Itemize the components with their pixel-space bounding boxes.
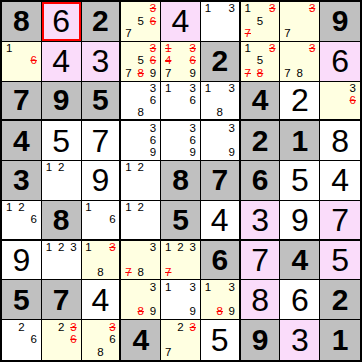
given-digit: 8 [172, 165, 189, 195]
empty-mark-slot [83, 321, 95, 334]
empty-mark-slot [187, 254, 199, 266]
pencil-marks: 138 [202, 83, 238, 119]
cell-r7c1[interactable]: 9 [2, 241, 42, 281]
empty-mark-slot [266, 28, 278, 40]
eliminated-candidate-4: 4 [162, 55, 174, 67]
candidate-7: 7 [122, 67, 134, 79]
empty-mark-slot [106, 266, 118, 278]
empty-mark-slot [122, 94, 134, 106]
cell-r9c8[interactable]: 3 [280, 320, 320, 360]
cell-r5c8[interactable]: 5 [280, 161, 320, 201]
empty-mark-slot [147, 214, 159, 226]
empty-mark-slot [202, 147, 214, 159]
cell-r4c8[interactable]: 1 [280, 121, 320, 161]
cell-r5c4[interactable]: 12 [121, 161, 161, 201]
empty-mark-slot [162, 321, 174, 334]
empty-mark-slot [321, 94, 334, 106]
cell-r7c5[interactable]: 1237 [161, 241, 201, 281]
pencil-marks: 36 [321, 83, 359, 119]
cell-r9c1[interactable]: 26 [2, 320, 42, 360]
solved-digit: 5 [291, 164, 309, 196]
solved-digit: 5 [211, 324, 229, 356]
cell-r9c5[interactable]: 237 [161, 320, 201, 360]
empty-mark-slot [214, 294, 226, 306]
empty-mark-slot [174, 254, 186, 266]
cell-r3c8[interactable]: 2 [280, 82, 320, 122]
solved-digit: 2 [291, 84, 309, 116]
empty-mark-slot [147, 106, 159, 118]
cell-r9c9[interactable]: 1 [320, 320, 360, 360]
empty-mark-slot [162, 334, 174, 347]
cell-r3c5[interactable]: 136 [161, 82, 201, 122]
empty-mark-slot [162, 122, 174, 134]
pencil-marks: 3567 [122, 3, 159, 40]
candidate-8: 8 [94, 346, 106, 359]
cell-r8c9[interactable]: 2 [320, 280, 360, 320]
given-digit: 9 [252, 325, 269, 355]
empty-mark-slot [202, 122, 214, 134]
candidate-6: 6 [147, 135, 159, 147]
empty-mark-slot [3, 67, 15, 79]
candidate-1: 1 [122, 162, 134, 174]
empty-mark-slot [174, 94, 186, 106]
empty-mark-slot [122, 174, 134, 186]
candidate-1: 1 [202, 3, 214, 15]
empty-mark-slot [266, 67, 278, 79]
given-digit: 6 [211, 245, 228, 275]
empty-mark-slot [135, 94, 147, 106]
empty-mark-slot [306, 67, 318, 79]
eliminated-candidate-3: 3 [306, 3, 318, 15]
empty-mark-slot [122, 254, 134, 266]
candidate-7: 7 [162, 346, 174, 359]
empty-mark-slot [147, 174, 159, 186]
pencil-marks: 139 [162, 281, 199, 318]
eliminated-candidate-6: 6 [187, 55, 199, 67]
pencil-marks: 1389 [202, 281, 238, 318]
empty-mark-slot [67, 266, 79, 278]
pencil-marks: 138 [83, 242, 119, 279]
eliminated-candidate-7: 7 [162, 266, 174, 278]
eliminated-candidate-3: 3 [187, 321, 199, 334]
solved-digit: 5 [52, 125, 70, 157]
empty-mark-slot [122, 214, 134, 226]
eliminated-candidate-3: 3 [266, 3, 278, 15]
cell-r6c8[interactable]: 9 [280, 201, 320, 241]
empty-mark-slot [28, 226, 40, 238]
solved-digit: 7 [331, 204, 349, 236]
empty-mark-slot [202, 106, 214, 118]
candidate-7: 7 [122, 28, 134, 40]
empty-mark-slot [122, 122, 134, 134]
empty-mark-slot [43, 321, 55, 334]
empty-mark-slot [187, 106, 199, 118]
empty-mark-slot [214, 3, 226, 15]
cell-r2c3[interactable]: 3 [82, 42, 122, 82]
empty-mark-slot [281, 3, 293, 15]
empty-mark-slot [174, 266, 186, 278]
empty-mark-slot [187, 346, 199, 359]
cell-r6c7[interactable]: 3 [241, 201, 281, 241]
cell-r1c1[interactable]: 8 [2, 2, 42, 42]
cell-r4c4[interactable]: 369 [121, 121, 161, 161]
pencil-marks: 134679 [162, 43, 199, 80]
candidate-1: 1 [242, 3, 254, 15]
pencil-marks: 369 [162, 122, 199, 159]
candidate-9: 9 [187, 306, 199, 318]
pencil-marks: 356789 [122, 43, 159, 80]
empty-mark-slot [214, 135, 226, 147]
candidate-2: 2 [55, 162, 67, 174]
pencil-marks: 378 [281, 43, 318, 80]
cell-r9c3[interactable]: 368 [82, 320, 122, 360]
cell-r7c8[interactable]: 4 [280, 241, 320, 281]
cell-r4c5[interactable]: 369 [161, 121, 201, 161]
candidate-9: 9 [187, 147, 199, 159]
candidate-1: 1 [43, 162, 55, 174]
empty-mark-slot [306, 15, 318, 27]
cell-r6c6[interactable]: 4 [201, 201, 241, 241]
eliminated-candidate-8: 8 [135, 306, 147, 318]
solved-digit: 9 [291, 204, 309, 236]
empty-mark-slot [214, 28, 226, 40]
empty-mark-slot [174, 83, 186, 95]
cell-r5c9[interactable]: 4 [320, 161, 360, 201]
empty-mark-slot [83, 226, 95, 238]
pencil-marks: 378 [122, 242, 159, 279]
cell-r5c5[interactable]: 8 [161, 161, 201, 201]
candidate-3: 3 [147, 83, 159, 95]
empty-mark-slot [67, 187, 79, 199]
candidate-3: 3 [187, 122, 199, 134]
cell-r1c2-selected[interactable]: 6 [42, 2, 82, 42]
cell-r2c8[interactable]: 378 [280, 42, 320, 82]
pencil-marks: 368 [122, 83, 159, 119]
candidate-2: 2 [174, 242, 186, 254]
empty-mark-slot [135, 226, 147, 238]
cell-r7c3[interactable]: 138 [82, 241, 122, 281]
empty-mark-slot [147, 28, 159, 40]
empty-mark-slot [83, 334, 95, 347]
empty-mark-slot [15, 43, 27, 55]
empty-mark-slot [43, 334, 55, 347]
solved-digit: 4 [92, 284, 110, 316]
eliminated-candidate-3: 3 [67, 321, 79, 334]
pencil-marks: 26 [3, 321, 40, 359]
cell-r3c3[interactable]: 5 [82, 82, 122, 122]
cell-r2c4[interactable]: 356789 [121, 42, 161, 82]
empty-mark-slot [254, 3, 266, 15]
eliminated-candidate-8: 8 [135, 67, 147, 79]
cell-r8c7[interactable]: 8 [241, 280, 281, 320]
cell-r3c9[interactable]: 36 [320, 82, 360, 122]
cell-r4c7[interactable]: 2 [241, 121, 281, 161]
solved-digit: 4 [52, 45, 70, 77]
eliminated-candidate-3: 3 [147, 43, 159, 55]
empty-mark-slot [266, 55, 278, 67]
empty-mark-slot [147, 254, 159, 266]
cell-r1c9[interactable]: 9 [320, 2, 360, 42]
candidate-1: 1 [83, 242, 95, 254]
empty-mark-slot [15, 226, 27, 238]
empty-mark-slot [28, 67, 40, 79]
solved-digit: 9 [92, 164, 110, 196]
cell-r4c3[interactable]: 7 [82, 121, 122, 161]
empty-mark-slot [321, 83, 334, 95]
empty-mark-slot [135, 242, 147, 254]
empty-mark-slot [162, 254, 174, 266]
empty-mark-slot [306, 55, 318, 67]
candidate-2: 2 [15, 202, 27, 214]
cell-r3c2[interactable]: 9 [42, 82, 82, 122]
empty-mark-slot [202, 15, 214, 27]
cell-r7c4[interactable]: 378 [121, 241, 161, 281]
empty-mark-slot [174, 294, 186, 306]
cell-r9c6[interactable]: 5 [201, 320, 241, 360]
cell-r7c2[interactable]: 123 [42, 241, 82, 281]
cell-r7c7[interactable]: 7 [241, 241, 281, 281]
empty-mark-slot [214, 83, 226, 95]
empty-mark-slot [162, 106, 174, 118]
given-digit: 9 [53, 85, 70, 115]
eliminated-candidate-3: 3 [266, 43, 278, 55]
cell-r4c1[interactable]: 4 [2, 121, 42, 161]
empty-mark-slot [174, 55, 186, 67]
cell-r1c4[interactable]: 3567 [121, 2, 161, 42]
cell-r7c9[interactable]: 5 [320, 241, 360, 281]
empty-mark-slot [122, 15, 134, 27]
cell-r6c1[interactable]: 126 [2, 201, 42, 241]
empty-mark-slot [226, 106, 238, 118]
empty-mark-slot [67, 254, 79, 266]
empty-mark-slot [135, 135, 147, 147]
cell-r9c4[interactable]: 4 [121, 320, 161, 360]
candidate-5: 5 [254, 55, 266, 67]
candidate-6: 6 [28, 214, 40, 226]
empty-mark-slot [214, 94, 226, 106]
empty-mark-slot [346, 106, 359, 118]
empty-mark-slot [83, 214, 95, 226]
cell-r2c7[interactable]: 13578 [241, 42, 281, 82]
candidate-2: 2 [55, 321, 67, 334]
cell-r6c5[interactable]: 5 [161, 201, 201, 241]
candidate-3: 3 [147, 242, 159, 254]
cell-r2c1[interactable]: 16 [2, 42, 42, 82]
candidate-1: 1 [162, 242, 174, 254]
candidate-9: 9 [147, 147, 159, 159]
cell-r8c4[interactable]: 389 [121, 280, 161, 320]
cell-r1c6[interactable]: 13 [201, 2, 241, 42]
empty-mark-slot [83, 346, 95, 359]
empty-mark-slot [55, 187, 67, 199]
empty-mark-slot [281, 15, 293, 27]
pencil-marks: 126 [3, 202, 40, 238]
cell-r9c2[interactable]: 236 [42, 320, 82, 360]
empty-mark-slot [174, 122, 186, 134]
eliminated-candidate-7: 7 [242, 67, 254, 79]
given-digit: 4 [252, 85, 269, 115]
eliminated-candidate-7: 7 [122, 266, 134, 278]
empty-mark-slot [28, 346, 40, 359]
cell-r2c6[interactable]: 2 [201, 42, 241, 82]
cell-r2c9[interactable]: 6 [320, 42, 360, 82]
given-digit: 7 [13, 85, 30, 115]
cell-r2c2[interactable]: 4 [42, 42, 82, 82]
given-digit: 2 [211, 46, 228, 76]
given-digit: 8 [13, 6, 30, 36]
cell-r6c2[interactable]: 8 [42, 201, 82, 241]
empty-mark-slot [174, 67, 186, 79]
empty-mark-slot [122, 83, 134, 95]
empty-mark-slot [334, 94, 347, 106]
eliminated-candidate-6: 6 [147, 55, 159, 67]
empty-mark-slot [135, 294, 147, 306]
empty-mark-slot [254, 28, 266, 40]
pencil-marks: 136 [162, 83, 199, 119]
cell-r1c5[interactable]: 4 [161, 2, 201, 42]
solved-digit: 7 [92, 125, 110, 157]
empty-mark-slot [67, 174, 79, 186]
cell-r8c6[interactable]: 1389 [201, 280, 241, 320]
cell-r8c1[interactable]: 5 [2, 280, 42, 320]
cell-r1c8[interactable]: 37 [280, 2, 320, 42]
candidate-1: 1 [162, 83, 174, 95]
candidate-3: 3 [346, 83, 359, 95]
solved-digit: 5 [331, 244, 349, 276]
cell-r4c6[interactable]: 39 [201, 121, 241, 161]
eliminated-candidate-3: 3 [106, 242, 118, 254]
eliminated-candidate-3: 3 [306, 43, 318, 55]
candidate-2: 2 [55, 242, 67, 254]
eliminated-candidate-6: 6 [147, 15, 159, 27]
candidate-1: 1 [83, 202, 95, 214]
empty-mark-slot [135, 83, 147, 95]
empty-mark-slot [306, 28, 318, 40]
empty-mark-slot [122, 242, 134, 254]
cell-r1c7[interactable]: 1357 [241, 2, 281, 42]
solved-digit: 8 [251, 284, 269, 316]
empty-mark-slot [202, 306, 214, 318]
candidate-1: 1 [3, 43, 15, 55]
empty-mark-slot [214, 281, 226, 293]
candidate-9: 9 [147, 306, 159, 318]
empty-mark-slot [242, 15, 254, 27]
empty-mark-slot [174, 281, 186, 293]
given-digit: 7 [211, 165, 228, 195]
empty-mark-slot [334, 106, 347, 118]
given-digit: 5 [92, 85, 109, 115]
empty-mark-slot [334, 83, 347, 95]
empty-mark-slot [147, 202, 159, 214]
cell-r5c1[interactable]: 3 [2, 161, 42, 201]
empty-mark-slot [3, 346, 15, 359]
cell-r3c1[interactable]: 7 [2, 82, 42, 122]
solved-digit: 4 [331, 164, 349, 196]
cell-r1c3[interactable]: 2 [82, 2, 122, 42]
candidate-8: 8 [94, 266, 106, 278]
given-digit: 4 [13, 126, 30, 156]
sudoku-board: 8623567413135737916433567891346792135783… [0, 0, 362, 362]
eliminated-candidate-3: 3 [147, 3, 159, 15]
cell-r6c9[interactable]: 7 [320, 201, 360, 241]
cell-r5c7[interactable]: 6 [241, 161, 281, 201]
empty-mark-slot [28, 321, 40, 334]
cell-r5c3[interactable]: 9 [82, 161, 122, 201]
cell-r7c6[interactable]: 6 [201, 241, 241, 281]
empty-mark-slot [135, 174, 147, 186]
empty-mark-slot [122, 147, 134, 159]
pencil-marks: 39 [202, 122, 238, 159]
cell-r3c4[interactable]: 368 [121, 82, 161, 122]
candidate-3: 3 [187, 242, 199, 254]
cell-r5c2[interactable]: 12 [42, 161, 82, 201]
empty-mark-slot [122, 226, 134, 238]
empty-mark-slot [135, 28, 147, 40]
empty-mark-slot [174, 346, 186, 359]
cell-r9c7[interactable]: 9 [241, 320, 281, 360]
solved-digit: 3 [92, 45, 110, 77]
solved-digit: 3 [251, 204, 269, 236]
empty-mark-slot [83, 254, 95, 266]
empty-mark-slot [122, 106, 134, 118]
candidate-7: 7 [281, 67, 293, 79]
empty-mark-slot [55, 346, 67, 359]
candidate-8: 8 [214, 106, 226, 118]
empty-mark-slot [294, 43, 306, 55]
empty-mark-slot [106, 202, 118, 214]
given-digit: 1 [291, 126, 308, 156]
empty-mark-slot [94, 226, 106, 238]
cell-r4c9[interactable]: 8 [320, 121, 360, 161]
empty-mark-slot [214, 15, 226, 27]
cell-r8c8[interactable]: 6 [280, 280, 320, 320]
empty-mark-slot [226, 135, 238, 147]
empty-mark-slot [294, 15, 306, 27]
empty-mark-slot [135, 214, 147, 226]
candidate-2: 2 [135, 202, 147, 214]
candidate-3: 3 [67, 242, 79, 254]
candidate-9: 9 [187, 67, 199, 79]
empty-mark-slot [94, 214, 106, 226]
empty-mark-slot [147, 226, 159, 238]
cell-r3c6[interactable]: 138 [201, 82, 241, 122]
empty-mark-slot [187, 266, 199, 278]
candidate-3: 3 [226, 281, 238, 293]
pencil-marks: 13 [202, 3, 238, 40]
cell-r8c3[interactable]: 4 [82, 280, 122, 320]
empty-mark-slot [294, 55, 306, 67]
candidate-1: 1 [3, 202, 15, 214]
pencil-marks: 37 [281, 3, 318, 40]
empty-mark-slot [15, 67, 27, 79]
cell-r5c6[interactable]: 7 [201, 161, 241, 201]
solved-digit: 9 [12, 244, 30, 276]
cell-r3c7[interactable]: 4 [241, 82, 281, 122]
cell-r8c2[interactable]: 7 [42, 280, 82, 320]
cell-r4c2[interactable]: 5 [42, 121, 82, 161]
cell-r8c5[interactable]: 139 [161, 280, 201, 320]
cell-r2c5[interactable]: 134679 [161, 42, 201, 82]
given-digit: 5 [172, 205, 189, 235]
cell-r6c4[interactable]: 12 [121, 201, 161, 241]
empty-mark-slot [3, 321, 15, 334]
empty-mark-slot [174, 334, 186, 347]
empty-mark-slot [94, 334, 106, 347]
empty-mark-slot [281, 43, 293, 55]
cell-r6c3[interactable]: 16 [82, 201, 122, 241]
empty-mark-slot [15, 334, 27, 347]
empty-mark-slot [174, 135, 186, 147]
